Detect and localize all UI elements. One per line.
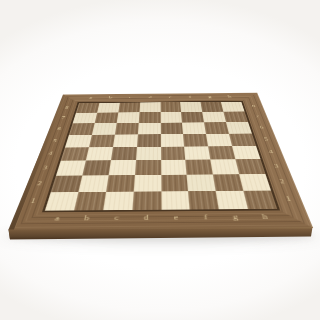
file-label-f-bottom: f <box>204 214 208 221</box>
board-frame: aabbccddeeffgghh8877665544332211 <box>9 93 313 231</box>
square-a5[interactable] <box>65 135 92 148</box>
square-d8[interactable] <box>139 102 160 112</box>
square-d7[interactable] <box>138 112 160 123</box>
square-g7[interactable] <box>202 112 226 123</box>
file-label-g-top: g <box>208 95 212 98</box>
square-a4[interactable] <box>61 147 89 161</box>
square-b8[interactable] <box>97 103 120 113</box>
square-e8[interactable] <box>160 102 181 112</box>
square-g2[interactable] <box>213 174 243 191</box>
square-h3[interactable] <box>236 159 266 174</box>
square-c8[interactable] <box>118 102 140 112</box>
square-f8[interactable] <box>180 102 202 112</box>
square-c4[interactable] <box>111 147 137 161</box>
square-c7[interactable] <box>116 112 139 123</box>
square-g8[interactable] <box>201 102 224 112</box>
square-c6[interactable] <box>115 123 139 135</box>
playing-area <box>42 101 280 212</box>
square-d1[interactable] <box>132 192 161 210</box>
file-label-d-top: d <box>148 96 151 99</box>
square-d6[interactable] <box>138 123 161 135</box>
square-f5[interactable] <box>183 134 208 147</box>
square-a6[interactable] <box>69 123 95 135</box>
chessboard-scene: aabbccddeeffgghh8877665544332211 <box>42 28 279 265</box>
square-e5[interactable] <box>160 134 184 147</box>
square-h5[interactable] <box>229 133 256 146</box>
square-e4[interactable] <box>161 146 186 160</box>
square-b1[interactable] <box>74 192 106 210</box>
square-h7[interactable] <box>223 111 248 122</box>
square-e7[interactable] <box>160 112 182 123</box>
square-b5[interactable] <box>89 134 115 147</box>
chessboard: aabbccddeeffgghh8877665544332211 <box>9 93 313 231</box>
file-label-c-top: c <box>129 96 132 99</box>
square-g4[interactable] <box>208 146 235 160</box>
square-a7[interactable] <box>73 113 97 124</box>
file-label-f-top: f <box>189 96 192 99</box>
square-d5[interactable] <box>137 134 161 147</box>
square-d2[interactable] <box>133 175 161 192</box>
square-e6[interactable] <box>160 122 183 134</box>
square-c3[interactable] <box>108 160 135 175</box>
file-label-h-top: h <box>228 95 232 98</box>
square-e1[interactable] <box>161 191 190 209</box>
square-e2[interactable] <box>161 175 189 192</box>
square-b6[interactable] <box>92 123 117 135</box>
square-c5[interactable] <box>113 134 138 147</box>
square-h6[interactable] <box>226 122 252 134</box>
square-f7[interactable] <box>181 112 204 123</box>
square-b4[interactable] <box>86 147 113 161</box>
file-label-e-top: e <box>169 96 172 99</box>
square-h4[interactable] <box>232 146 260 160</box>
file-label-e-bottom: e <box>174 215 179 222</box>
square-g5[interactable] <box>206 134 232 147</box>
square-h8[interactable] <box>221 102 245 112</box>
square-h2[interactable] <box>239 174 271 191</box>
rank-label-8-right: 8 <box>251 105 256 108</box>
square-f2[interactable] <box>187 175 216 192</box>
square-e3[interactable] <box>161 160 187 175</box>
square-b3[interactable] <box>82 160 111 175</box>
square-c1[interactable] <box>103 192 133 210</box>
board-grid <box>45 102 277 211</box>
square-g6[interactable] <box>204 122 229 134</box>
square-c2[interactable] <box>106 175 135 192</box>
square-f6[interactable] <box>182 122 206 134</box>
file-label-b-top: b <box>108 96 112 99</box>
square-a3[interactable] <box>56 161 86 176</box>
square-d3[interactable] <box>135 160 161 175</box>
square-d4[interactable] <box>136 147 161 161</box>
square-f4[interactable] <box>184 146 210 160</box>
square-b2[interactable] <box>78 175 108 192</box>
square-b7[interactable] <box>95 112 119 123</box>
product-photo-background: aabbccddeeffgghh8877665544332211 <box>0 0 320 320</box>
square-a8[interactable] <box>76 103 99 113</box>
square-a2[interactable] <box>51 176 82 193</box>
square-f3[interactable] <box>186 160 214 175</box>
square-h1[interactable] <box>243 191 277 209</box>
file-label-c-bottom: c <box>114 215 119 222</box>
file-label-d-bottom: d <box>144 215 149 222</box>
square-f1[interactable] <box>188 191 219 209</box>
file-label-a-top: a <box>89 96 93 99</box>
square-a1[interactable] <box>45 192 78 211</box>
square-g3[interactable] <box>211 160 240 175</box>
